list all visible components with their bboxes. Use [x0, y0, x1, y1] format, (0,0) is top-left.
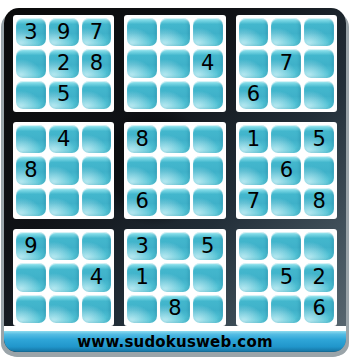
- cell-r6c9[interactable]: 8: [304, 188, 334, 216]
- cell-r3c5[interactable]: [160, 81, 190, 109]
- cell-r2c5[interactable]: [160, 49, 190, 77]
- cell-r5c1[interactable]: 8: [16, 156, 46, 184]
- cell-r1c4[interactable]: [127, 18, 157, 46]
- cell-r2c7[interactable]: [239, 49, 269, 77]
- box-6: 15678: [236, 122, 337, 219]
- cell-r6c3[interactable]: [82, 188, 112, 216]
- cell-r8c5[interactable]: [160, 263, 190, 291]
- box-5: 86: [124, 122, 225, 219]
- cell-r7c2[interactable]: [49, 232, 79, 260]
- cell-r1c2[interactable]: 9: [49, 18, 79, 46]
- cell-r3c3[interactable]: [82, 81, 112, 109]
- cell-r4c8[interactable]: [271, 125, 301, 153]
- cell-r2c1[interactable]: [16, 49, 46, 77]
- cell-r2c4[interactable]: [127, 49, 157, 77]
- cell-r3c8[interactable]: [271, 81, 301, 109]
- cell-r8c9[interactable]: 2: [304, 263, 334, 291]
- box-7: 94: [13, 229, 114, 326]
- cell-r4c6[interactable]: [193, 125, 223, 153]
- cell-r7c1[interactable]: 9: [16, 232, 46, 260]
- cell-r4c1[interactable]: [16, 125, 46, 153]
- cell-r1c3[interactable]: 7: [82, 18, 112, 46]
- cell-r9c2[interactable]: [49, 295, 79, 323]
- cell-r6c2[interactable]: [49, 188, 79, 216]
- cell-r5c8[interactable]: 6: [271, 156, 301, 184]
- cell-r6c7[interactable]: 7: [239, 188, 269, 216]
- cell-r7c5[interactable]: [160, 232, 190, 260]
- cell-r2c6[interactable]: 4: [193, 49, 223, 77]
- cell-r1c6[interactable]: [193, 18, 223, 46]
- cell-r3c1[interactable]: [16, 81, 46, 109]
- cell-r5c9[interactable]: [304, 156, 334, 184]
- cell-r3c4[interactable]: [127, 81, 157, 109]
- cell-r5c6[interactable]: [193, 156, 223, 184]
- cell-r1c5[interactable]: [160, 18, 190, 46]
- cell-r4c9[interactable]: 5: [304, 125, 334, 153]
- cell-r6c6[interactable]: [193, 188, 223, 216]
- cell-r4c3[interactable]: [82, 125, 112, 153]
- cell-r9c1[interactable]: [16, 295, 46, 323]
- cell-r7c9[interactable]: [304, 232, 334, 260]
- box-3: 76: [236, 15, 337, 112]
- cell-r1c8[interactable]: [271, 18, 301, 46]
- cell-r9c9[interactable]: 6: [304, 295, 334, 323]
- cell-r3c2[interactable]: 5: [49, 81, 79, 109]
- cell-r7c3[interactable]: [82, 232, 112, 260]
- cell-r5c5[interactable]: [160, 156, 190, 184]
- cell-r6c8[interactable]: [271, 188, 301, 216]
- box-1: 397285: [13, 15, 114, 112]
- cell-r2c3[interactable]: 8: [82, 49, 112, 77]
- cell-r4c2[interactable]: 4: [49, 125, 79, 153]
- footer-band: www.sudokusweb.com: [4, 331, 346, 352]
- cell-r3c9[interactable]: [304, 81, 334, 109]
- cell-r1c7[interactable]: [239, 18, 269, 46]
- cell-r9c6[interactable]: [193, 295, 223, 323]
- cell-r8c7[interactable]: [239, 263, 269, 291]
- cell-r7c7[interactable]: [239, 232, 269, 260]
- box-9: 526: [236, 229, 337, 326]
- page: 397285 4 76 48 86 15678 94 3518 526 www.…: [0, 0, 350, 360]
- cell-r7c6[interactable]: 5: [193, 232, 223, 260]
- cell-r9c8[interactable]: [271, 295, 301, 323]
- cell-r2c8[interactable]: 7: [271, 49, 301, 77]
- cell-r5c7[interactable]: [239, 156, 269, 184]
- cell-r6c4[interactable]: 6: [127, 188, 157, 216]
- sudoku-board: 397285 4 76 48 86 15678 94 3518 526 www.…: [4, 8, 346, 352]
- cell-r8c4[interactable]: 1: [127, 263, 157, 291]
- cell-r3c7[interactable]: 6: [239, 81, 269, 109]
- site-url: www.sudokusweb.com: [77, 333, 272, 351]
- cell-r6c1[interactable]: [16, 188, 46, 216]
- cell-r1c1[interactable]: 3: [16, 18, 46, 46]
- cell-r3c6[interactable]: [193, 81, 223, 109]
- cell-r6c5[interactable]: [160, 188, 190, 216]
- cell-r8c8[interactable]: 5: [271, 263, 301, 291]
- box-4: 48: [13, 122, 114, 219]
- cell-r8c2[interactable]: [49, 263, 79, 291]
- box-8: 3518: [124, 229, 225, 326]
- cell-r5c2[interactable]: [49, 156, 79, 184]
- cell-r4c5[interactable]: [160, 125, 190, 153]
- cell-r2c9[interactable]: [304, 49, 334, 77]
- cell-r9c5[interactable]: 8: [160, 295, 190, 323]
- cell-r5c4[interactable]: [127, 156, 157, 184]
- cell-r4c7[interactable]: 1: [239, 125, 269, 153]
- box-2: 4: [124, 15, 225, 112]
- sudoku-grid: 397285 4 76 48 86 15678 94 3518 526: [4, 8, 346, 326]
- cell-r8c6[interactable]: [193, 263, 223, 291]
- cell-r7c8[interactable]: [271, 232, 301, 260]
- cell-r7c4[interactable]: 3: [127, 232, 157, 260]
- cell-r1c9[interactable]: [304, 18, 334, 46]
- cell-r8c1[interactable]: [16, 263, 46, 291]
- cell-r9c4[interactable]: [127, 295, 157, 323]
- cell-r4c4[interactable]: 8: [127, 125, 157, 153]
- cell-r8c3[interactable]: 4: [82, 263, 112, 291]
- cell-r9c3[interactable]: [82, 295, 112, 323]
- cell-r2c2[interactable]: 2: [49, 49, 79, 77]
- cell-r9c7[interactable]: [239, 295, 269, 323]
- cell-r5c3[interactable]: [82, 156, 112, 184]
